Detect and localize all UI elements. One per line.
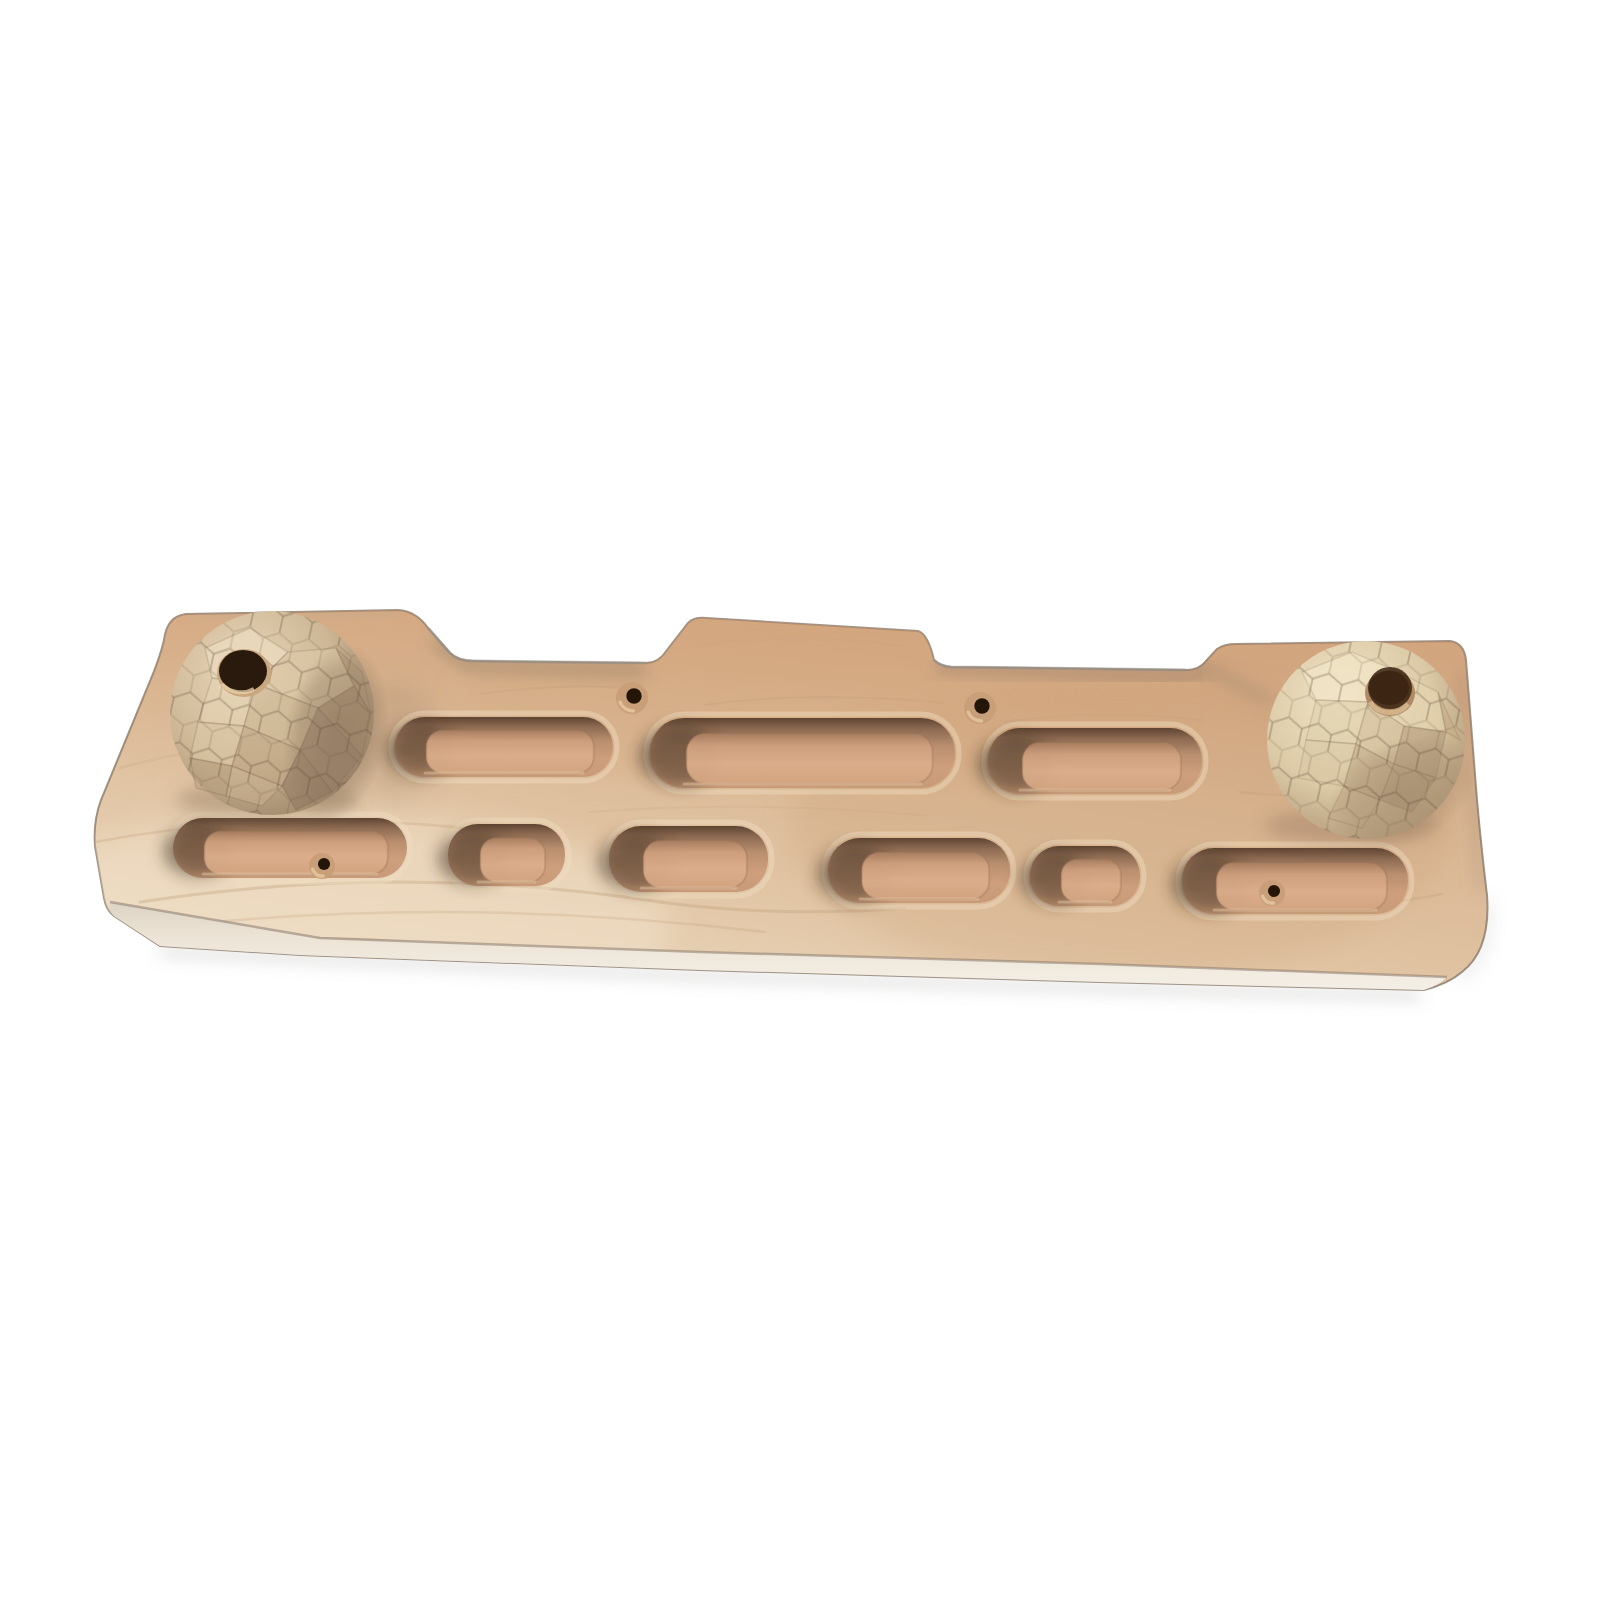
pocket-bottom-4 (818, 834, 1014, 907)
pocket-bottom-3 (598, 822, 772, 896)
ball-thumb-hole (217, 649, 271, 697)
pocket-floor (426, 730, 594, 773)
screw-hole-bore (318, 858, 330, 870)
screw-hole-bore (1268, 885, 1280, 897)
ball-facet-texture (1267, 641, 1465, 839)
screw-hole-bore (974, 698, 989, 713)
ball-facet-texture (170, 611, 374, 815)
pocket-floor (643, 841, 747, 889)
pocket-floor (204, 831, 388, 874)
pocket-top-1 (385, 713, 617, 781)
screw-hole-lower-left (309, 853, 335, 879)
product-photo-stage (0, 0, 1600, 1600)
pocket-floor (1022, 743, 1181, 791)
screw-hole-bore (626, 688, 641, 703)
screw-hole-lower-right (1259, 880, 1285, 906)
hangboard-photo (0, 0, 1600, 1600)
pocket-floor (480, 838, 545, 883)
pocket-floor (1061, 859, 1121, 902)
pocket-top-3 (977, 724, 1206, 798)
pocket-floor (862, 852, 989, 899)
pocket-floor (1216, 863, 1387, 911)
screw-hole-upper-right (964, 692, 996, 724)
pocket-bottom-1 (163, 814, 411, 882)
pocket-top-2 (639, 714, 959, 792)
pocket-bottom-6 (1171, 844, 1412, 918)
screw-hole-upper-left (616, 682, 648, 714)
pocket-floor (686, 733, 932, 783)
